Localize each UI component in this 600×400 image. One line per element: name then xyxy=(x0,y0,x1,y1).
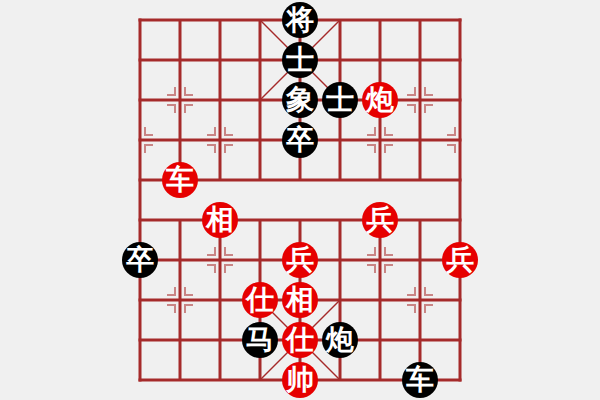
board-cell-r6-c1[interactable] xyxy=(160,240,200,280)
board-cell-r9-c7[interactable]: 车 xyxy=(400,360,440,400)
board-cell-r6-c4[interactable]: 兵 xyxy=(280,240,320,280)
piece-red-cannon[interactable]: 炮 xyxy=(362,82,398,118)
board-cell-r9-c2[interactable] xyxy=(200,360,240,400)
board-cell-r2-c0[interactable] xyxy=(120,80,160,120)
board-cell-r2-c8[interactable] xyxy=(440,80,480,120)
board-cell-r2-c5[interactable]: 士 xyxy=(320,80,360,120)
board-cell-r4-c5[interactable] xyxy=(320,160,360,200)
board-cell-r2-c6[interactable]: 炮 xyxy=(360,80,400,120)
board-cell-r6-c7[interactable] xyxy=(400,240,440,280)
board-cell-r7-c1[interactable] xyxy=(160,280,200,320)
board-cell-r5-c3[interactable] xyxy=(240,200,280,240)
piece-red-advisor[interactable]: 仕 xyxy=(282,322,318,358)
board-cell-r4-c1[interactable]: 车 xyxy=(160,160,200,200)
piece-red-pawn[interactable]: 兵 xyxy=(362,202,398,238)
board-cell-r1-c7[interactable] xyxy=(400,40,440,80)
piece-black-chariot[interactable]: 车 xyxy=(402,362,438,398)
piece-black-pawn[interactable]: 卒 xyxy=(122,242,158,278)
board-cell-r8-c4[interactable]: 仕 xyxy=(280,320,320,360)
board-cell-r9-c6[interactable] xyxy=(360,360,400,400)
board-cell-r1-c1[interactable] xyxy=(160,40,200,80)
board-cell-r0-c0[interactable] xyxy=(120,0,160,40)
board-cell-r8-c7[interactable] xyxy=(400,320,440,360)
piece-black-advisor[interactable]: 士 xyxy=(322,82,358,118)
board-cell-r0-c3[interactable] xyxy=(240,0,280,40)
board-cell-r2-c2[interactable] xyxy=(200,80,240,120)
board-cell-r1-c3[interactable] xyxy=(240,40,280,80)
piece-black-general[interactable]: 将 xyxy=(282,2,318,38)
board-cell-r7-c7[interactable] xyxy=(400,280,440,320)
piece-red-elephant[interactable]: 相 xyxy=(282,282,318,318)
board-cell-r5-c7[interactable] xyxy=(400,200,440,240)
board-cell-r4-c4[interactable] xyxy=(280,160,320,200)
board-cell-r3-c1[interactable] xyxy=(160,120,200,160)
piece-red-elephant[interactable]: 相 xyxy=(202,202,238,238)
board-cell-r0-c4[interactable]: 将 xyxy=(280,0,320,40)
board-cell-r2-c4[interactable]: 象 xyxy=(280,80,320,120)
board-cell-r5-c6[interactable]: 兵 xyxy=(360,200,400,240)
board-cell-r8-c8[interactable] xyxy=(440,320,480,360)
piece-red-advisor[interactable]: 仕 xyxy=(242,282,278,318)
board-cell-r1-c4[interactable]: 士 xyxy=(280,40,320,80)
board-cell-r5-c5[interactable] xyxy=(320,200,360,240)
board-cell-r6-c0[interactable]: 卒 xyxy=(120,240,160,280)
board-cell-r1-c8[interactable] xyxy=(440,40,480,80)
board-cell-r4-c7[interactable] xyxy=(400,160,440,200)
board-cell-r7-c5[interactable] xyxy=(320,280,360,320)
board-cell-r8-c3[interactable]: 马 xyxy=(240,320,280,360)
xiangqi-board: 将士象士炮卒车相兵卒兵兵仕相马仕炮帅车 xyxy=(0,0,600,400)
piece-black-pawn[interactable]: 卒 xyxy=(282,122,318,158)
board-grid: 将士象士炮卒车相兵卒兵兵仕相马仕炮帅车 xyxy=(120,0,480,400)
board-cell-r4-c0[interactable] xyxy=(120,160,160,200)
board-cell-r6-c8[interactable]: 兵 xyxy=(440,240,480,280)
board-cell-r9-c8[interactable] xyxy=(440,360,480,400)
board-cell-r8-c6[interactable] xyxy=(360,320,400,360)
board-cell-r9-c3[interactable] xyxy=(240,360,280,400)
board-cell-r1-c5[interactable] xyxy=(320,40,360,80)
piece-red-chariot[interactable]: 车 xyxy=(162,162,198,198)
piece-black-elephant[interactable]: 象 xyxy=(282,82,318,118)
board-cell-r5-c4[interactable] xyxy=(280,200,320,240)
board-cell-r8-c5[interactable]: 炮 xyxy=(320,320,360,360)
board-cell-r7-c4[interactable]: 相 xyxy=(280,280,320,320)
board-cell-r4-c8[interactable] xyxy=(440,160,480,200)
board-cell-r0-c1[interactable] xyxy=(160,0,200,40)
board-cell-r8-c1[interactable] xyxy=(160,320,200,360)
board-cell-r3-c5[interactable] xyxy=(320,120,360,160)
board-cell-r3-c4[interactable]: 卒 xyxy=(280,120,320,160)
piece-black-horse[interactable]: 马 xyxy=(242,322,278,358)
piece-black-advisor[interactable]: 士 xyxy=(282,42,318,78)
board-cell-r9-c0[interactable] xyxy=(120,360,160,400)
board-cell-r7-c8[interactable] xyxy=(440,280,480,320)
board-cell-r6-c5[interactable] xyxy=(320,240,360,280)
board-cell-r7-c6[interactable] xyxy=(360,280,400,320)
board-cell-r4-c6[interactable] xyxy=(360,160,400,200)
board-cell-r7-c2[interactable] xyxy=(200,280,240,320)
board-cell-r3-c0[interactable] xyxy=(120,120,160,160)
board-cell-r9-c4[interactable]: 帅 xyxy=(280,360,320,400)
board-cell-r0-c2[interactable] xyxy=(200,0,240,40)
piece-red-pawn[interactable]: 兵 xyxy=(442,242,478,278)
board-cell-r5-c0[interactable] xyxy=(120,200,160,240)
board-cell-r6-c2[interactable] xyxy=(200,240,240,280)
board-cell-r0-c5[interactable] xyxy=(320,0,360,40)
piece-black-cannon[interactable]: 炮 xyxy=(322,322,358,358)
board-cell-r9-c1[interactable] xyxy=(160,360,200,400)
board-cell-r2-c3[interactable] xyxy=(240,80,280,120)
board-cell-r3-c8[interactable] xyxy=(440,120,480,160)
board-cell-r8-c2[interactable] xyxy=(200,320,240,360)
board-cell-r8-c0[interactable] xyxy=(120,320,160,360)
board-cell-r5-c8[interactable] xyxy=(440,200,480,240)
piece-red-general[interactable]: 帅 xyxy=(282,362,318,398)
piece-red-pawn[interactable]: 兵 xyxy=(282,242,318,278)
board-cell-r0-c7[interactable] xyxy=(400,0,440,40)
board-cell-r7-c0[interactable] xyxy=(120,280,160,320)
board-cell-r2-c7[interactable] xyxy=(400,80,440,120)
board-cell-r0-c6[interactable] xyxy=(360,0,400,40)
board-cell-r4-c3[interactable] xyxy=(240,160,280,200)
board-cell-r6-c6[interactable] xyxy=(360,240,400,280)
board-cell-r4-c2[interactable] xyxy=(200,160,240,200)
board-cell-r6-c3[interactable] xyxy=(240,240,280,280)
board-cell-r9-c5[interactable] xyxy=(320,360,360,400)
board-cell-r2-c1[interactable] xyxy=(160,80,200,120)
board-cell-r3-c2[interactable] xyxy=(200,120,240,160)
board-cell-r0-c8[interactable] xyxy=(440,0,480,40)
board-cell-r3-c7[interactable] xyxy=(400,120,440,160)
board-cell-r3-c3[interactable] xyxy=(240,120,280,160)
board-cell-r7-c3[interactable]: 仕 xyxy=(240,280,280,320)
board-cell-r1-c0[interactable] xyxy=(120,40,160,80)
board-cell-r3-c6[interactable] xyxy=(360,120,400,160)
board-cell-r1-c2[interactable] xyxy=(200,40,240,80)
board-cell-r1-c6[interactable] xyxy=(360,40,400,80)
board-cell-r5-c2[interactable]: 相 xyxy=(200,200,240,240)
board-cell-r5-c1[interactable] xyxy=(160,200,200,240)
